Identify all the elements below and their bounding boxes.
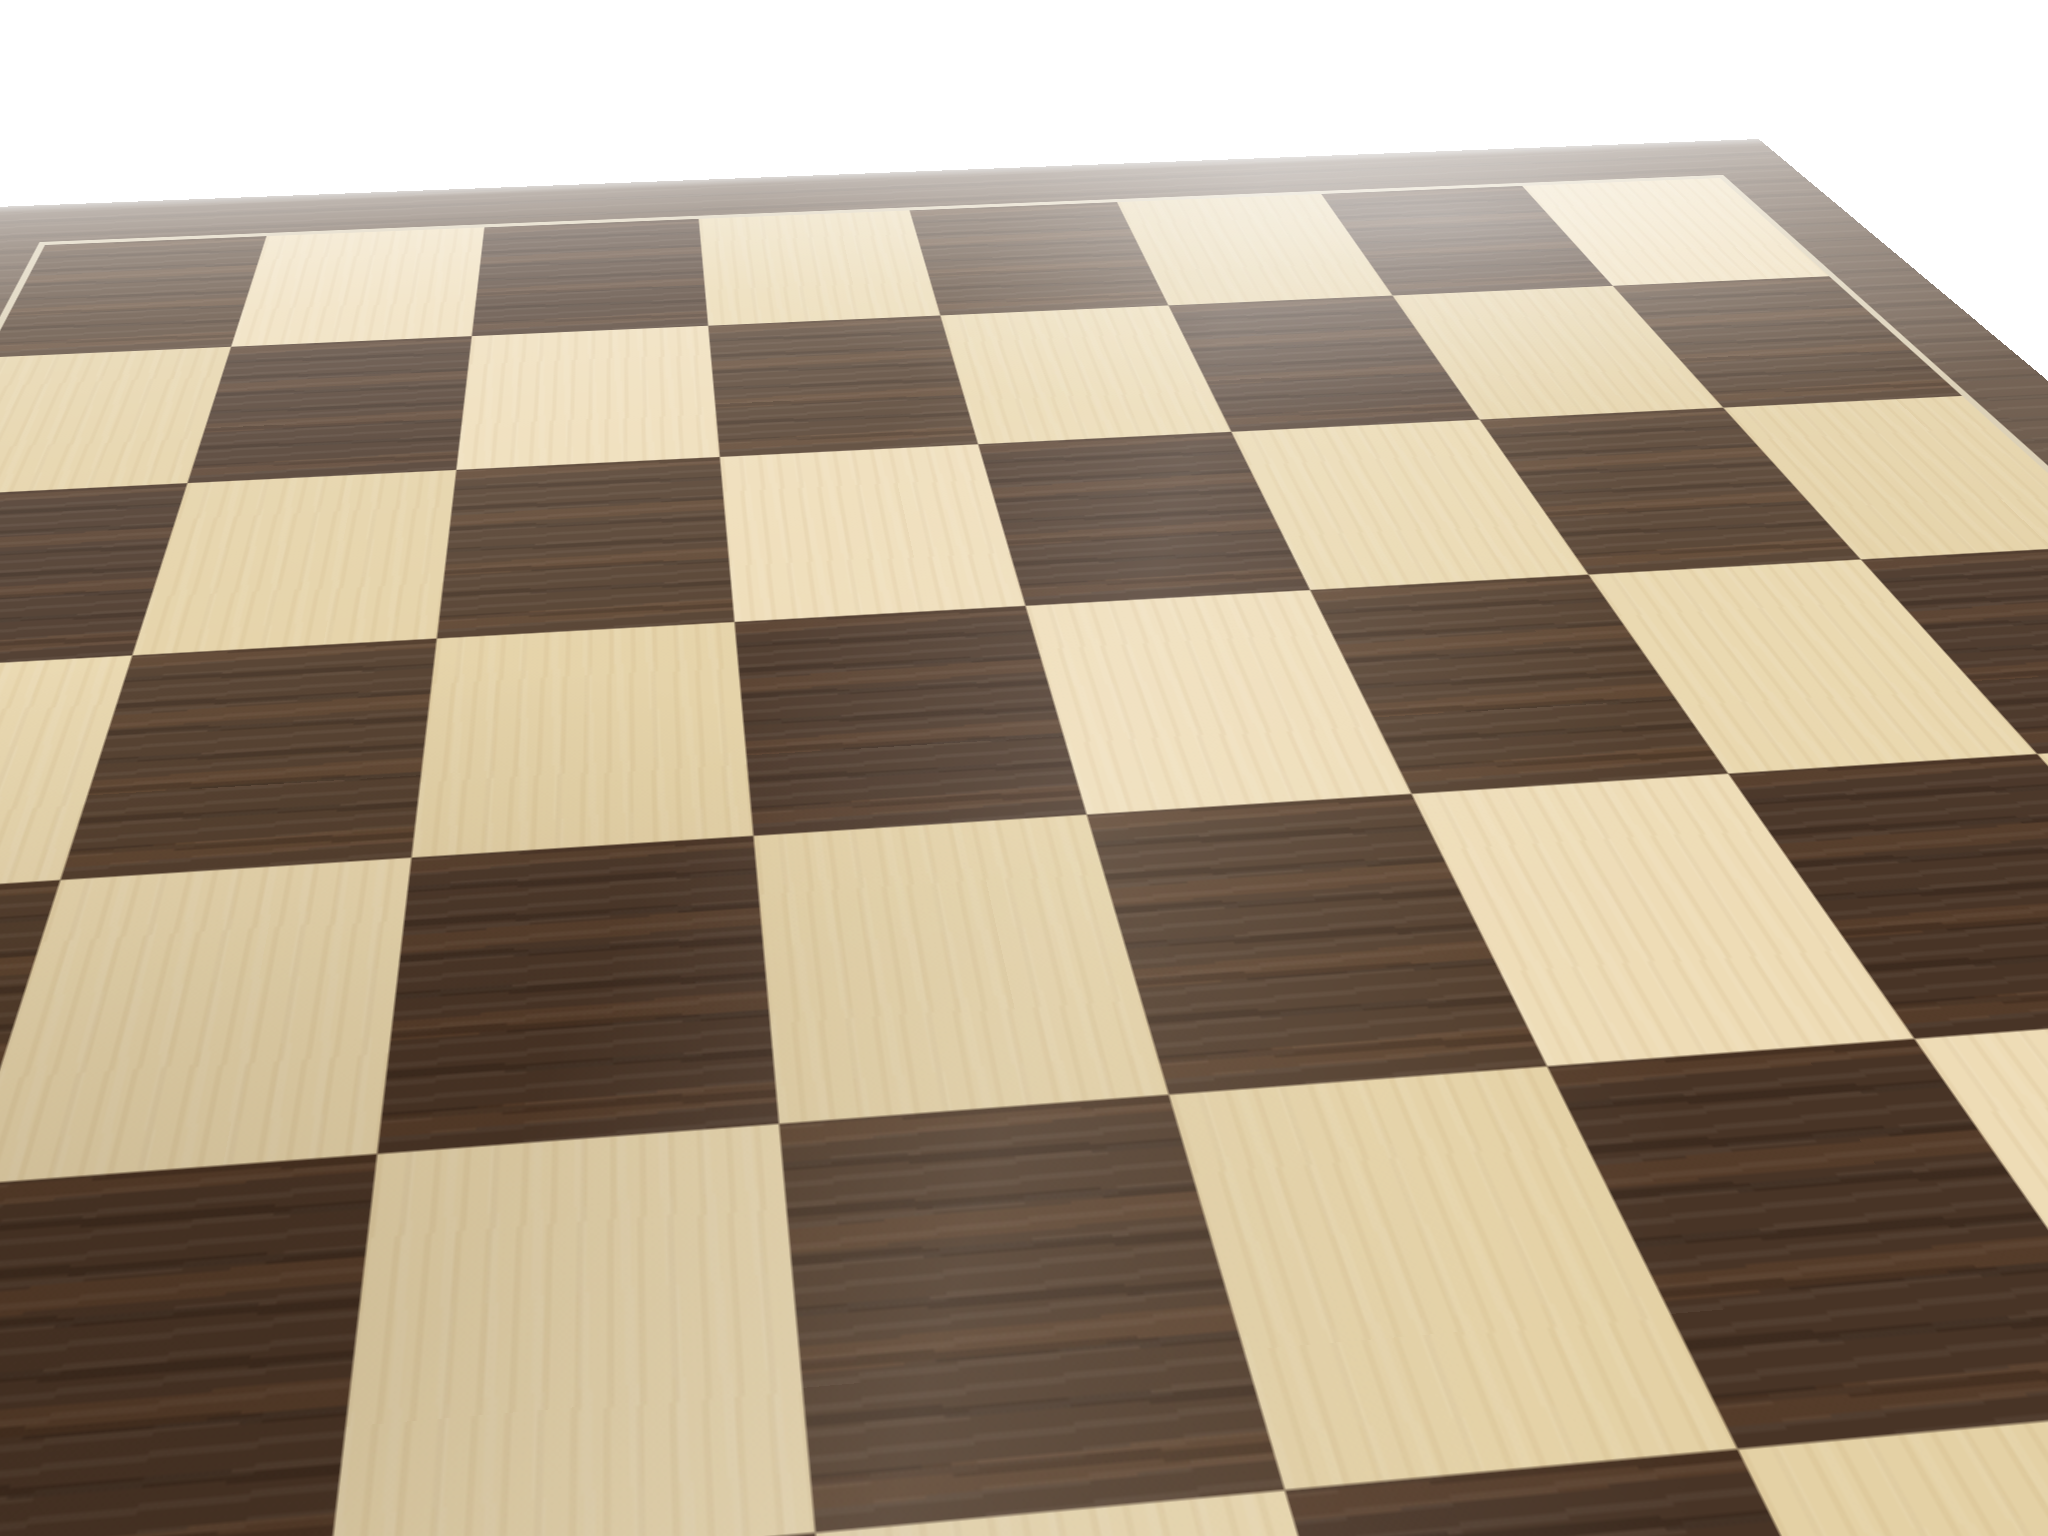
chess-board xyxy=(0,139,2048,1536)
board-inlay-line xyxy=(0,175,2048,1536)
square-r1c1 xyxy=(187,336,471,483)
square-r3c3 xyxy=(734,606,1086,836)
square-r3c2 xyxy=(411,622,753,858)
square-r0c3 xyxy=(699,210,941,325)
square-r1c2 xyxy=(456,326,720,470)
square-r5c2 xyxy=(328,1124,815,1536)
square-r2c2 xyxy=(437,457,735,639)
photo-background xyxy=(0,0,2048,1536)
square-r4c2 xyxy=(377,836,779,1154)
square-r4c1 xyxy=(0,858,411,1185)
square-r5c1 xyxy=(0,1154,377,1536)
board-grid xyxy=(0,178,2048,1536)
square-r0c1 xyxy=(231,227,484,346)
square-r1c3 xyxy=(708,315,978,456)
square-r2c3 xyxy=(720,444,1026,622)
square-r0c2 xyxy=(472,219,708,336)
square-r0c0 xyxy=(0,236,267,357)
